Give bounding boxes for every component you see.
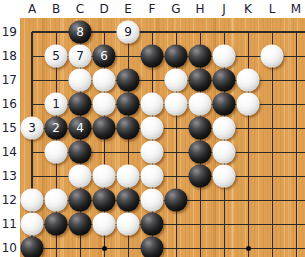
stone-E11[interactable] xyxy=(117,213,140,236)
stone-C12[interactable] xyxy=(69,189,92,212)
stone-G18[interactable] xyxy=(165,45,188,68)
row-label-17: 17 xyxy=(0,71,17,89)
stone-E13[interactable] xyxy=(117,165,140,188)
stone-K16[interactable] xyxy=(237,93,260,116)
stone-D16[interactable] xyxy=(93,93,116,116)
stone-F14[interactable] xyxy=(141,141,164,164)
stone-C14[interactable] xyxy=(69,141,92,164)
stone-F15[interactable] xyxy=(141,117,164,140)
column-label-K: K xyxy=(236,1,260,18)
stone-A15[interactable]: 3 xyxy=(21,117,44,140)
column-label-A: A xyxy=(20,1,44,18)
move-number: 7 xyxy=(69,45,92,68)
stone-H16[interactable] xyxy=(189,93,212,116)
row-label-14: 14 xyxy=(0,143,17,161)
row-label-10: 10 xyxy=(0,239,17,257)
stone-B18[interactable]: 5 xyxy=(45,45,68,68)
stone-J18[interactable] xyxy=(213,45,236,68)
stone-D11[interactable] xyxy=(93,213,116,236)
stone-K17[interactable] xyxy=(237,69,260,92)
stone-J16[interactable] xyxy=(213,93,236,116)
column-label-L: L xyxy=(260,1,284,18)
grid-line-row-10 xyxy=(32,248,305,249)
stone-J17[interactable] xyxy=(213,69,236,92)
column-label-J: J xyxy=(212,1,236,18)
stone-J13[interactable] xyxy=(213,165,236,188)
stone-E17[interactable] xyxy=(117,69,140,92)
stone-F13[interactable] xyxy=(141,165,164,188)
stone-B14[interactable] xyxy=(45,141,68,164)
column-label-E: E xyxy=(116,1,140,18)
stone-B12[interactable] xyxy=(45,189,68,212)
stone-C11[interactable] xyxy=(69,213,92,236)
column-label-M: M xyxy=(284,1,305,18)
move-number: 9 xyxy=(117,21,140,44)
row-label-19: 19 xyxy=(0,23,17,41)
stone-C16[interactable] xyxy=(69,93,92,116)
column-label-C: C xyxy=(68,1,92,18)
row-label-15: 15 xyxy=(0,119,17,137)
stone-C13[interactable] xyxy=(69,165,92,188)
stone-F12[interactable] xyxy=(141,189,164,212)
stone-A11[interactable] xyxy=(21,213,44,236)
column-label-F: F xyxy=(140,1,164,18)
stone-A10[interactable] xyxy=(21,237,44,257)
row-label-11: 11 xyxy=(0,215,17,233)
stone-C18[interactable]: 7 xyxy=(69,45,92,68)
goban[interactable]: 895761324 xyxy=(20,18,305,257)
row-label-13: 13 xyxy=(0,167,17,185)
column-label-B: B xyxy=(44,1,68,18)
stone-L18[interactable] xyxy=(261,45,284,68)
stone-B16[interactable]: 1 xyxy=(45,93,68,116)
stone-G17[interactable] xyxy=(165,69,188,92)
move-number: 3 xyxy=(21,117,44,140)
stone-E19[interactable]: 9 xyxy=(117,21,140,44)
stone-C17[interactable] xyxy=(69,69,92,92)
row-label-12: 12 xyxy=(0,191,17,209)
stone-G12[interactable] xyxy=(165,189,188,212)
stone-H14[interactable] xyxy=(189,141,212,164)
row-label-18: 18 xyxy=(0,47,17,65)
stone-C15[interactable]: 4 xyxy=(69,117,92,140)
row-label-16: 16 xyxy=(0,95,17,113)
column-label-H: H xyxy=(188,1,212,18)
stone-F16[interactable] xyxy=(141,93,164,116)
stone-H13[interactable] xyxy=(189,165,212,188)
stone-D17[interactable] xyxy=(93,69,116,92)
star-point-K10 xyxy=(246,246,251,251)
stone-J15[interactable] xyxy=(213,117,236,140)
stone-E15[interactable] xyxy=(117,117,140,140)
stone-H17[interactable] xyxy=(189,69,212,92)
stone-F11[interactable] xyxy=(141,213,164,236)
stone-G16[interactable] xyxy=(165,93,188,116)
move-number: 4 xyxy=(69,117,92,140)
stone-C19[interactable]: 8 xyxy=(69,21,92,44)
move-number: 1 xyxy=(45,93,68,116)
stone-D12[interactable] xyxy=(93,189,116,212)
stone-F18[interactable] xyxy=(141,45,164,68)
move-number: 8 xyxy=(69,21,92,44)
stone-D15[interactable] xyxy=(93,117,116,140)
stone-H18[interactable] xyxy=(189,45,212,68)
stone-E12[interactable] xyxy=(117,189,140,212)
move-number: 5 xyxy=(45,45,68,68)
column-label-D: D xyxy=(92,1,116,18)
column-label-G: G xyxy=(164,1,188,18)
move-number: 2 xyxy=(45,117,68,140)
stone-B11[interactable] xyxy=(45,213,68,236)
stone-F10[interactable] xyxy=(141,237,164,257)
stone-E16[interactable] xyxy=(117,93,140,116)
stone-B15[interactable]: 2 xyxy=(45,117,68,140)
stone-A12[interactable] xyxy=(21,189,44,212)
stone-H15[interactable] xyxy=(189,117,212,140)
stone-J14[interactable] xyxy=(213,141,236,164)
stone-D13[interactable] xyxy=(93,165,116,188)
move-number: 6 xyxy=(93,45,116,68)
go-diagram: ABCDEFGHJKLM 19181716151413121110 895761… xyxy=(0,0,305,257)
star-point-D10 xyxy=(102,246,107,251)
stone-D18[interactable]: 6 xyxy=(93,45,116,68)
